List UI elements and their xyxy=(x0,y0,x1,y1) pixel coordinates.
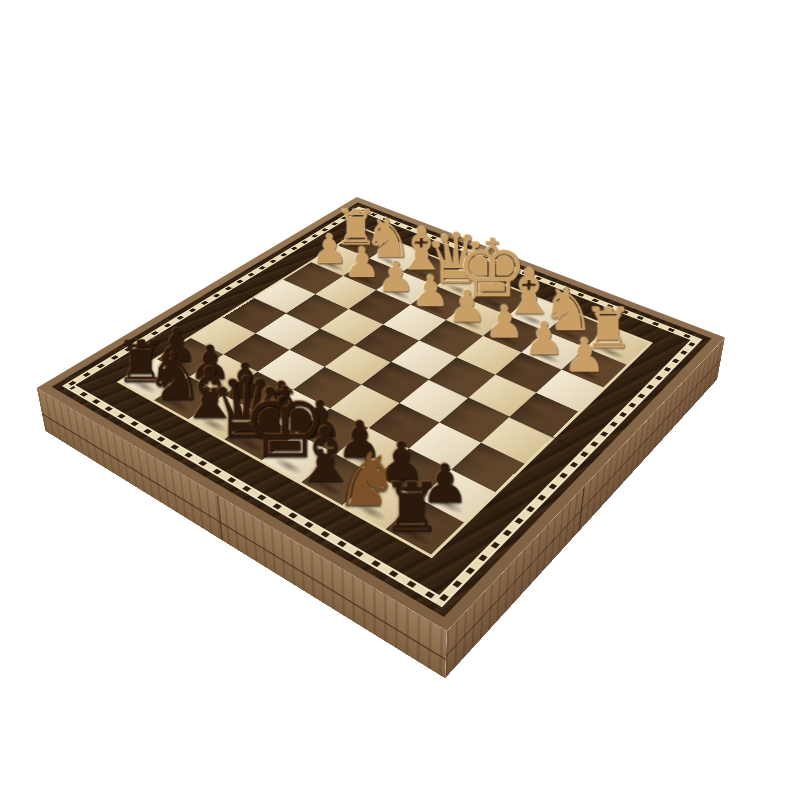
chess-piece-glyph: ♟ xyxy=(411,269,450,312)
chess-piece-glyph: ♟ xyxy=(484,299,524,344)
chess-piece-glyph: ♟ xyxy=(376,255,414,297)
box-top-rim: ♜♞♝♛♚♝♞♜♟♟♟♟♟♟♟♟♟♟♟♟♟♟♟♟♜♞♝♛♚♝♞♜ xyxy=(37,197,725,631)
chess-piece-glyph: ♟ xyxy=(523,315,564,361)
chess-piece-glyph: ♟ xyxy=(343,242,380,284)
chess-piece-glyph: ♜ xyxy=(381,474,442,542)
hinge-seam xyxy=(217,495,223,541)
border-outer-burl: ♜♞♝♛♚♝♞♜♟♟♟♟♟♟♟♟♟♟♟♟♟♟♟♟♜♞♝♛♚♝♞♜ xyxy=(52,203,712,618)
chess-piece-glyph: ♟ xyxy=(447,284,487,328)
inlay-ring: ♜♞♝♛♚♝♞♜♟♟♟♟♟♟♟♟♟♟♟♟♟♟♟♟♜♞♝♛♚♝♞♜ xyxy=(62,206,703,607)
chess-piece-glyph: ♟ xyxy=(563,332,605,379)
chessboard-scene: ♜♞♝♛♚♝♞♜♟♟♟♟♟♟♟♟♟♟♟♟♟♟♟♟♜♞♝♛♚♝♞♜ xyxy=(0,0,800,800)
border-inner-burl: ♜♞♝♛♚♝♞♜♟♟♟♟♟♟♟♟♟♟♟♟♟♟♟♟♜♞♝♛♚♝♞♜ xyxy=(75,211,690,594)
square-r5c3[interactable] xyxy=(289,329,354,367)
product-photo-background: ♜♞♝♛♚♝♞♜♟♟♟♟♟♟♟♟♟♟♟♟♟♟♟♟♜♞♝♛♚♝♞♜ xyxy=(0,0,800,800)
folding-chess-box: ♜♞♝♛♚♝♞♜♟♟♟♟♟♟♟♟♟♟♟♟♟♟♟♟♜♞♝♛♚♝♞♜ xyxy=(37,197,725,631)
chess-piece-glyph: ♟ xyxy=(311,228,348,269)
